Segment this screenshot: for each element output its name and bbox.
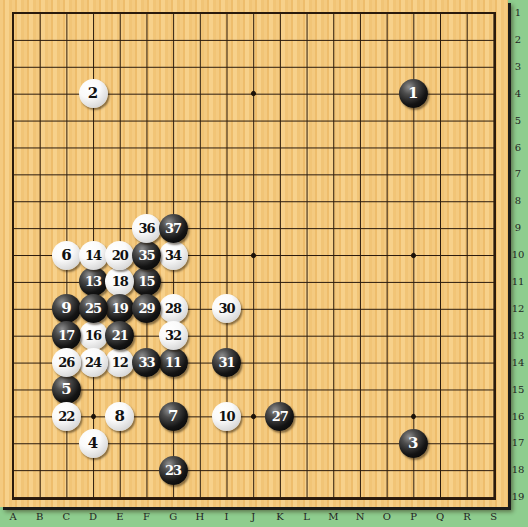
- column-label-N: N: [350, 510, 370, 524]
- stone-25-black-D12: 25: [79, 294, 108, 323]
- stones-layer: 1234567891011121314151617181920212223242…: [0, 0, 507, 510]
- stone-23-black-G18: 23: [159, 456, 188, 485]
- stone-19-black-E12: 19: [105, 294, 134, 323]
- stone-32-white-G13: 32: [159, 321, 188, 350]
- stone-29-black-F12: 29: [132, 294, 161, 323]
- row-label-7: 7: [508, 167, 528, 181]
- stone-33-black-F14: 33: [132, 348, 161, 377]
- row-label-10: 10: [508, 248, 528, 262]
- row-label-13: 13: [508, 329, 528, 343]
- stone-34-white-G10: 34: [159, 241, 188, 270]
- row-labels-strip: 12345678910111213141516171819: [508, 0, 528, 527]
- column-label-P: P: [404, 510, 424, 524]
- column-label-O: O: [377, 510, 397, 524]
- stone-9-black-C12: 9: [52, 294, 81, 323]
- row-label-3: 3: [508, 60, 528, 74]
- row-label-5: 5: [508, 114, 528, 128]
- row-label-1: 1: [508, 6, 528, 20]
- column-label-F: F: [137, 510, 157, 524]
- row-label-15: 15: [508, 383, 528, 397]
- row-label-17: 17: [508, 436, 528, 450]
- stone-22-white-C16: 22: [52, 402, 81, 431]
- row-label-19: 19: [508, 490, 528, 504]
- stone-24-white-D14: 24: [79, 348, 108, 377]
- row-label-6: 6: [508, 141, 528, 155]
- stone-14-white-D10: 14: [79, 241, 108, 270]
- stone-35-black-F10: 35: [132, 241, 161, 270]
- row-label-2: 2: [508, 33, 528, 47]
- stone-30-white-I12: 30: [212, 294, 241, 323]
- stone-8-white-E16: 8: [105, 402, 134, 431]
- stone-6-white-C10: 6: [52, 241, 81, 270]
- row-label-18: 18: [508, 463, 528, 477]
- row-label-11: 11: [508, 275, 528, 289]
- go-diagram: 12345678910111213141516171819 ABCDEFGHIJ…: [0, 0, 528, 527]
- row-label-9: 9: [508, 221, 528, 235]
- column-label-G: G: [163, 510, 183, 524]
- column-label-L: L: [297, 510, 317, 524]
- stone-18-white-E11: 18: [105, 267, 134, 296]
- stone-26-white-C14: 26: [52, 348, 81, 377]
- stone-36-white-F9: 36: [132, 214, 161, 243]
- column-label-S: S: [484, 510, 504, 524]
- column-label-K: K: [270, 510, 290, 524]
- stone-5-black-C15: 5: [52, 375, 81, 404]
- stone-11-black-G14: 11: [159, 348, 188, 377]
- row-label-12: 12: [508, 302, 528, 316]
- stone-1-black-P4: 1: [399, 79, 428, 108]
- column-label-R: R: [457, 510, 477, 524]
- column-label-J: J: [243, 510, 263, 524]
- row-label-4: 4: [508, 87, 528, 101]
- stone-13-black-D11: 13: [79, 267, 108, 296]
- stone-20-white-E10: 20: [105, 241, 134, 270]
- column-label-D: D: [83, 510, 103, 524]
- stone-10-white-I16: 10: [212, 402, 241, 431]
- column-label-A: A: [3, 510, 23, 524]
- column-label-M: M: [323, 510, 343, 524]
- go-board[interactable]: 1234567891011121314151617181920212223242…: [0, 0, 508, 507]
- stone-28-white-G12: 28: [159, 294, 188, 323]
- column-label-I: I: [217, 510, 237, 524]
- column-label-C: C: [56, 510, 76, 524]
- stone-16-white-D13: 16: [79, 321, 108, 350]
- stone-27-black-K16: 27: [265, 402, 294, 431]
- stone-15-black-F11: 15: [132, 267, 161, 296]
- stone-37-black-G9: 37: [159, 214, 188, 243]
- row-label-16: 16: [508, 410, 528, 424]
- stone-31-black-I14: 31: [212, 348, 241, 377]
- row-label-14: 14: [508, 356, 528, 370]
- stone-12-white-E14: 12: [105, 348, 134, 377]
- column-label-Q: Q: [430, 510, 450, 524]
- row-label-8: 8: [508, 194, 528, 208]
- stone-3-black-P17: 3: [399, 429, 428, 458]
- column-label-B: B: [30, 510, 50, 524]
- stone-21-black-E13: 21: [105, 321, 134, 350]
- stone-7-black-G16: 7: [159, 402, 188, 431]
- column-label-E: E: [110, 510, 130, 524]
- stone-4-white-D17: 4: [79, 429, 108, 458]
- column-label-H: H: [190, 510, 210, 524]
- stone-2-white-D4: 2: [79, 79, 108, 108]
- stone-17-black-C13: 17: [52, 321, 81, 350]
